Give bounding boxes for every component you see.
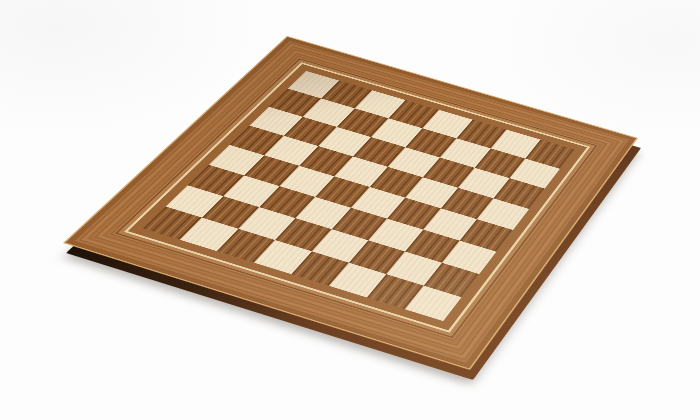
photo-background	[0, 0, 700, 420]
chessboard	[63, 36, 638, 370]
